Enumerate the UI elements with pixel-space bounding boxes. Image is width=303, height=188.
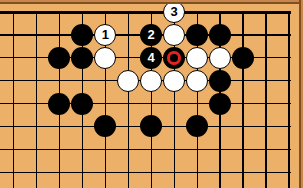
board-grid[interactable]: 3124: [2, 1, 300, 184]
black-stone: [232, 47, 254, 69]
white-stone: [163, 24, 185, 46]
black-stone: [48, 93, 70, 115]
red-circle-marker-icon: [167, 51, 181, 65]
black-stone-move-2: 2: [140, 24, 162, 46]
move-number-label: 3: [171, 5, 178, 18]
frame-right-outer: [301, 0, 303, 188]
black-stone: [94, 115, 116, 137]
black-stone: [71, 24, 93, 46]
white-stone: [186, 70, 208, 92]
white-stone: [94, 47, 116, 69]
black-stone: [209, 70, 231, 92]
white-stone-move-3: 3: [163, 1, 185, 23]
black-stone-move-4: 4: [140, 47, 162, 69]
black-stone: [186, 115, 208, 137]
frame-top-inner: [0, 2, 303, 4]
white-stone: [140, 70, 162, 92]
black-stone: [140, 115, 162, 137]
black-stone: [48, 47, 70, 69]
white-stone: [117, 70, 139, 92]
go-board-diagram: 3124: [0, 0, 303, 188]
black-stone: [209, 93, 231, 115]
white-stone: [163, 70, 185, 92]
black-stone: [71, 93, 93, 115]
move-number-label: 1: [102, 28, 109, 41]
black-stone: [186, 24, 208, 46]
move-number-label: 4: [148, 51, 155, 64]
black-stone: [71, 47, 93, 69]
white-stone-move-1: 1: [94, 24, 116, 46]
move-number-label: 2: [148, 28, 155, 41]
white-stone: [209, 47, 231, 69]
black-stone-marked: [163, 47, 185, 69]
black-stone: [209, 24, 231, 46]
white-stone: [186, 47, 208, 69]
